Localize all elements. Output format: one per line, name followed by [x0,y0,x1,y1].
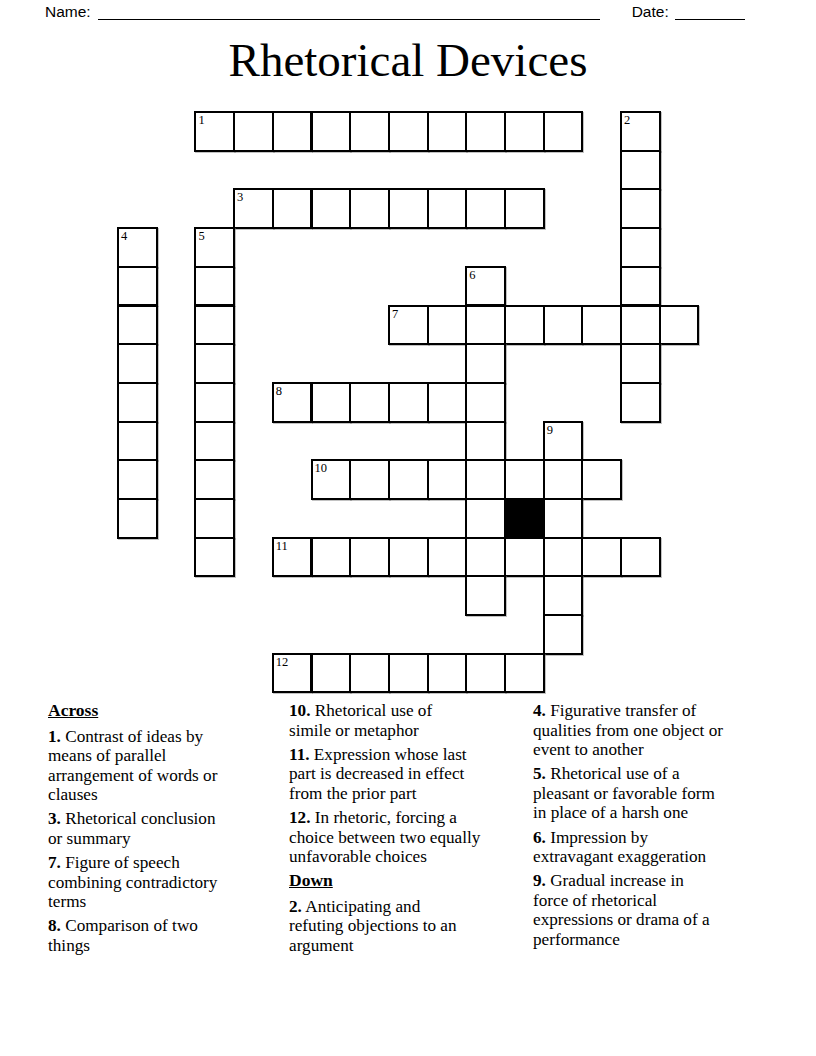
grid-cell[interactable] [388,382,429,423]
grid-cell[interactable] [311,653,352,694]
clue-number: 5 [198,229,204,243]
grid-cell[interactable] [349,188,390,229]
grid-cell[interactable] [543,111,584,152]
clue-number: 8 [276,384,282,398]
grid-cell[interactable] [465,188,506,229]
grid-cell[interactable] [349,537,390,578]
grid-cell[interactable]: 3 [233,188,274,229]
grid-cell[interactable] [581,459,622,500]
grid-cell[interactable] [427,305,468,346]
grid-cell[interactable] [581,537,622,578]
grid-cell[interactable] [504,188,545,229]
grid-cell[interactable] [272,188,313,229]
grid-cell[interactable] [117,266,158,307]
grid-cell[interactable] [388,188,429,229]
grid-cell[interactable] [233,111,274,152]
clue-number-label: 6. [533,828,546,847]
clue-column-left: Across1. Contrast of ideas by means of p… [48,701,290,960]
grid-cell[interactable] [620,537,661,578]
clue-number: 12 [276,655,289,669]
clue-number: 3 [237,190,243,204]
grid-cell[interactable] [504,305,545,346]
grid-cell[interactable]: 10 [311,459,352,500]
clue-7: 7. Figure of speech combining contradict… [48,853,290,912]
grid-cell[interactable] [272,111,313,152]
clue-number-label: 5. [533,764,546,783]
clue-9: 9. Gradual increase in force of rhetoric… [533,871,789,949]
clue-number: 2 [624,113,630,127]
clue-number: 6 [469,268,475,282]
grid-cell[interactable] [543,614,584,655]
grid-cell[interactable] [427,653,468,694]
grid-cell[interactable] [194,537,235,578]
grid-cell[interactable] [504,537,545,578]
grid-cell[interactable] [117,305,158,346]
grid-cell[interactable] [620,343,661,384]
grid-cell[interactable] [427,382,468,423]
clue-number-label: 11. [289,745,310,764]
grid-cell[interactable] [117,421,158,462]
grid-cell[interactable] [349,111,390,152]
grid-cell-black [504,498,545,539]
clue-number: 7 [392,307,398,321]
clue-number-label: 1. [48,727,61,746]
date-label: Date: [632,3,669,20]
grid-cell[interactable] [504,111,545,152]
clue-3: 3. Rhetorical conclusion or summary [48,809,290,848]
grid-cell[interactable]: 5 [194,227,235,268]
grid-cell[interactable] [194,305,235,346]
grid-cell[interactable] [194,498,235,539]
grid-cell[interactable] [465,305,506,346]
grid-cell[interactable] [465,421,506,462]
grid-cell[interactable] [543,575,584,616]
grid-cell[interactable]: 4 [117,227,158,268]
grid-cell[interactable] [194,421,235,462]
clue-column-right: 4. Figurative transfer of qualities from… [533,701,789,954]
grid-cell[interactable] [388,459,429,500]
grid-cell[interactable]: 6 [465,266,506,307]
date-blank-line[interactable] [675,4,745,20]
clue-6: 6. Impression by extravagant exaggeratio… [533,828,789,867]
clue-1: 1. Contrast of ideas by means of paralle… [48,727,290,805]
clue-column-middle: 10. Rhetorical use of simile or metaphor… [289,701,537,960]
grid-cell[interactable] [311,111,352,152]
clue-number-label: 4. [533,701,546,720]
clue-number: 4 [121,229,127,243]
name-label: Name: [45,3,91,20]
clue-number-label: 9. [533,871,546,890]
grid-cell[interactable] [465,111,506,152]
grid-cell[interactable]: 2 [620,111,661,152]
grid-cell[interactable] [388,111,429,152]
grid-cell[interactable] [620,266,661,307]
grid-cell[interactable] [349,459,390,500]
grid-cell[interactable] [543,498,584,539]
grid-cell[interactable] [620,150,661,191]
name-blank-line[interactable] [98,4,600,20]
grid-cell[interactable] [194,266,235,307]
grid-cell[interactable] [117,382,158,423]
grid-cell[interactable] [388,537,429,578]
grid-cell[interactable] [620,305,661,346]
clue-number: 11 [276,539,288,553]
grid-cell[interactable] [465,382,506,423]
clue-number: 9 [547,423,553,437]
clue-12: 12. In rhetoric, forcing a choice betwee… [289,808,537,867]
grid-cell[interactable] [194,382,235,423]
grid-cell[interactable] [465,343,506,384]
clue-number-label: 7. [48,853,61,872]
grid-cell[interactable] [427,188,468,229]
grid-cell[interactable] [504,459,545,500]
grid-cell[interactable] [427,459,468,500]
grid-cell[interactable] [311,537,352,578]
clues-heading-down: Down [289,871,537,891]
grid-cell[interactable]: 9 [543,421,584,462]
grid-cell[interactable] [465,653,506,694]
grid-cell[interactable] [427,111,468,152]
worksheet-header: Name: Date: [45,3,745,20]
grid-cell[interactable]: 11 [272,537,313,578]
grid-cell[interactable] [117,498,158,539]
grid-cell[interactable] [117,459,158,500]
grid-cell[interactable] [620,188,661,229]
grid-cell[interactable] [581,305,622,346]
clue-8: 8. Comparison of two things [48,916,290,955]
clues-heading-across: Across [48,701,290,721]
grid-cell[interactable]: 1 [194,111,235,152]
clue-5: 5. Rhetorical use of a pleasant or favor… [533,764,789,823]
clue-number: 1 [198,113,204,127]
grid-cell[interactable] [194,343,235,384]
grid-cell[interactable] [311,188,352,229]
grid-cell[interactable] [504,653,545,694]
grid-cell[interactable] [388,653,429,694]
crossword-grid: 123456789101112 [117,111,700,694]
grid-cell[interactable] [465,537,506,578]
grid-cell[interactable] [543,537,584,578]
grid-cell[interactable] [620,227,661,268]
clue-number-label: 3. [48,809,61,828]
grid-cell[interactable]: 8 [272,382,313,423]
clue-number-label: 12. [289,808,310,827]
clue-2: 2. Anticipating and refuting objections … [289,897,537,956]
clue-number: 10 [315,461,328,475]
grid-cell[interactable]: 12 [272,653,313,694]
grid-cell[interactable] [620,382,661,423]
grid-cell[interactable] [117,343,158,384]
grid-cell[interactable] [349,382,390,423]
grid-cell[interactable]: 7 [388,305,429,346]
page-title: Rhetorical Devices [0,36,816,85]
clue-4: 4. Figurative transfer of qualities from… [533,701,789,760]
grid-cell[interactable] [543,459,584,500]
clue-number-label: 10. [289,701,310,720]
grid-cell[interactable] [465,498,506,539]
clue-11: 11. Expression whose last part is decrea… [289,745,537,804]
grid-cell[interactable] [659,305,700,346]
grid-cell[interactable] [349,653,390,694]
clue-number-label: 8. [48,916,61,935]
clue-10: 10. Rhetorical use of simile or metaphor [289,701,537,740]
grid-cell[interactable] [543,305,584,346]
clue-number-label: 2. [289,897,302,916]
grid-cell[interactable] [465,459,506,500]
grid-cell[interactable] [427,537,468,578]
grid-cell[interactable] [311,382,352,423]
grid-cell[interactable] [465,575,506,616]
grid-cell[interactable] [194,459,235,500]
